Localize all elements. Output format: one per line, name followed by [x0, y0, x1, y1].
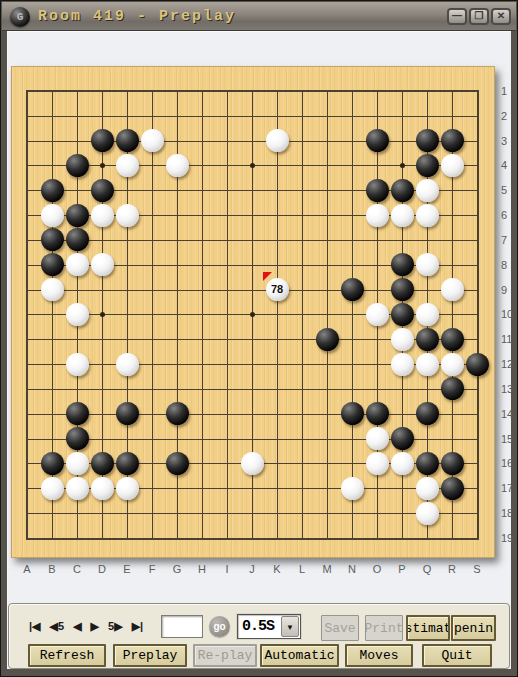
stone-black-O5 — [366, 179, 389, 202]
control-panel: |◀ ◀5 ◀ ▶ 5▶ ▶| go 0.5S ▼ Save Print sti… — [8, 603, 510, 669]
row-label-5: 5 — [501, 183, 517, 197]
replay-button: Re-play — [193, 644, 257, 667]
stone-white-C12 — [66, 353, 89, 376]
stone-black-O14 — [366, 402, 389, 425]
stone-white-C17 — [66, 477, 89, 500]
row-label-15: 15 — [501, 432, 517, 446]
playback-nav: |◀ ◀5 ◀ ▶ 5▶ ▶| — [29, 619, 143, 633]
goban[interactable]: 78 — [11, 66, 495, 558]
stone-white-O16 — [366, 452, 389, 475]
row-label-10: 10 — [501, 307, 517, 321]
stone-black-P9 — [391, 278, 414, 301]
titlebar[interactable]: G Room 419 - Preplay — ❐ ✕ — [2, 2, 516, 31]
column-label-N: N — [342, 562, 362, 576]
stone-white-E17 — [116, 477, 139, 500]
row-label-12: 12 — [501, 357, 517, 371]
moves-button[interactable]: Moves — [345, 644, 413, 667]
stone-white-K3 — [266, 129, 289, 152]
stone-black-M11 — [316, 328, 339, 351]
close-button[interactable]: ✕ — [491, 8, 511, 25]
stone-black-E3 — [116, 129, 139, 152]
stone-white-B9 — [41, 278, 64, 301]
stone-black-Q11 — [416, 328, 439, 351]
stone-black-P5 — [391, 179, 414, 202]
stone-black-P8 — [391, 253, 414, 276]
stone-black-S12 — [466, 353, 489, 376]
stone-white-C16 — [66, 452, 89, 475]
stone-black-N9 — [341, 278, 364, 301]
stone-black-R3 — [441, 129, 464, 152]
stone-white-P11 — [391, 328, 414, 351]
stone-white-O6 — [366, 204, 389, 227]
column-label-E: E — [117, 562, 137, 576]
stone-white-D8 — [91, 253, 114, 276]
stone-black-Q14 — [416, 402, 439, 425]
stone-white-O10 — [366, 303, 389, 326]
stone-black-B16 — [41, 452, 64, 475]
quit-button[interactable]: Quit — [422, 644, 492, 667]
stone-white-Q8 — [416, 253, 439, 276]
automatic-button[interactable]: Automatic — [260, 644, 339, 667]
nav-to-start-button[interactable]: |◀ — [29, 619, 41, 633]
column-label-J: J — [242, 562, 262, 576]
stone-black-D16 — [91, 452, 114, 475]
row-label-8: 8 — [501, 258, 517, 272]
stone-white-F3 — [141, 129, 164, 152]
stone-white-P16 — [391, 452, 414, 475]
column-label-B: B — [42, 562, 62, 576]
stone-white-Q6 — [416, 204, 439, 227]
stone-white-R4 — [441, 154, 464, 177]
stone-white-R12 — [441, 353, 464, 376]
row-label-3: 3 — [501, 134, 517, 148]
move-number-input[interactable] — [161, 615, 203, 638]
nav-forward-1-button[interactable]: ▶ — [91, 619, 99, 633]
preplay-button[interactable]: Preplay — [113, 644, 187, 667]
stone-white-P12 — [391, 353, 414, 376]
stone-white-D6 — [91, 204, 114, 227]
stone-black-R11 — [441, 328, 464, 351]
nav-to-end-button[interactable]: ▶| — [132, 619, 144, 633]
row-label-11: 11 — [501, 332, 517, 346]
stone-black-C14 — [66, 402, 89, 425]
row-label-6: 6 — [501, 208, 517, 222]
column-label-H: H — [192, 562, 212, 576]
app-icon: G — [10, 7, 30, 27]
stone-black-C7 — [66, 228, 89, 251]
stone-black-N14 — [341, 402, 364, 425]
stone-white-K9: 78 — [266, 278, 289, 301]
stone-white-E12 — [116, 353, 139, 376]
stone-black-D5 — [91, 179, 114, 202]
stone-black-D3 — [91, 129, 114, 152]
column-label-M: M — [317, 562, 337, 576]
last-move-number: 78 — [266, 278, 289, 301]
stone-black-C4 — [66, 154, 89, 177]
column-label-L: L — [292, 562, 312, 576]
stone-black-P10 — [391, 303, 414, 326]
stone-white-B17 — [41, 477, 64, 500]
column-label-I: I — [217, 562, 237, 576]
stone-black-G14 — [166, 402, 189, 425]
delay-select-value: 0.5S — [238, 618, 281, 635]
stone-black-G16 — [166, 452, 189, 475]
stone-black-P15 — [391, 427, 414, 450]
column-label-O: O — [367, 562, 387, 576]
stone-black-E16 — [116, 452, 139, 475]
stone-black-E14 — [116, 402, 139, 425]
stone-white-C8 — [66, 253, 89, 276]
stone-white-O15 — [366, 427, 389, 450]
refresh-button[interactable]: Refresh — [28, 644, 106, 667]
row-label-2: 2 — [501, 109, 517, 123]
stone-white-Q5 — [416, 179, 439, 202]
stone-black-B7 — [41, 228, 64, 251]
stone-black-R13 — [441, 377, 464, 400]
stone-black-C15 — [66, 427, 89, 450]
column-label-K: K — [267, 562, 287, 576]
stone-white-B6 — [41, 204, 64, 227]
nav-back-1-button[interactable]: ◀ — [73, 619, 81, 633]
stone-white-C10 — [66, 303, 89, 326]
stone-white-P6 — [391, 204, 414, 227]
stone-black-Q4 — [416, 154, 439, 177]
client-area: 78 ABCDEFGHIJKLMNOPQRS 12345678910111213… — [7, 31, 511, 669]
stone-black-R16 — [441, 452, 464, 475]
nav-forward-5-button[interactable]: 5▶ — [108, 619, 123, 633]
stone-white-E4 — [116, 154, 139, 177]
row-label-14: 14 — [501, 407, 517, 421]
column-label-D: D — [92, 562, 112, 576]
row-label-4: 4 — [501, 158, 517, 172]
nav-back-5-button[interactable]: ◀5 — [50, 619, 65, 633]
column-label-P: P — [392, 562, 412, 576]
row-label-1: 1 — [501, 84, 517, 98]
row-label-13: 13 — [501, 382, 517, 396]
stone-black-Q3 — [416, 129, 439, 152]
stone-white-D17 — [91, 477, 114, 500]
stone-white-R9 — [441, 278, 464, 301]
column-label-C: C — [67, 562, 87, 576]
stone-black-B8 — [41, 253, 64, 276]
column-label-Q: Q — [417, 562, 437, 576]
stone-black-O3 — [366, 129, 389, 152]
stone-white-Q10 — [416, 303, 439, 326]
stone-white-G4 — [166, 154, 189, 177]
save-button: Save — [321, 615, 359, 641]
row-label-19: 19 — [501, 531, 517, 545]
column-label-R: R — [442, 562, 462, 576]
minimize-button[interactable]: — — [447, 8, 467, 25]
print-button: Print — [365, 615, 403, 641]
stone-white-Q17 — [416, 477, 439, 500]
maximize-button[interactable]: ❐ — [469, 8, 489, 25]
stone-white-E6 — [116, 204, 139, 227]
last-move-marker-icon — [263, 272, 272, 281]
column-label-A: A — [17, 562, 37, 576]
row-label-17: 17 — [501, 481, 517, 495]
column-label-F: F — [142, 562, 162, 576]
window-title: Room 419 - Preplay — [38, 8, 236, 26]
stone-white-Q12 — [416, 353, 439, 376]
app-window: G Room 419 - Preplay — ❐ ✕ 78 ABCDEFGHIJ… — [0, 0, 518, 677]
stone-black-R17 — [441, 477, 464, 500]
stone-white-N17 — [341, 477, 364, 500]
delay-select[interactable]: 0.5S ▼ — [237, 614, 301, 639]
stone-white-Q18 — [416, 502, 439, 525]
row-label-18: 18 — [501, 506, 517, 520]
row-label-7: 7 — [501, 233, 517, 247]
estimate-button[interactable]: stimat — [406, 615, 450, 641]
column-label-S: S — [467, 562, 487, 576]
row-label-9: 9 — [501, 283, 517, 297]
chevron-down-icon[interactable]: ▼ — [281, 616, 299, 637]
stone-white-J16 — [241, 452, 264, 475]
opening-button[interactable]: penin — [451, 615, 496, 641]
stone-black-C6 — [66, 204, 89, 227]
stone-black-B5 — [41, 179, 64, 202]
stone-black-Q16 — [416, 452, 439, 475]
row-label-16: 16 — [501, 456, 517, 470]
column-label-G: G — [167, 562, 187, 576]
go-button[interactable]: go — [209, 616, 230, 637]
